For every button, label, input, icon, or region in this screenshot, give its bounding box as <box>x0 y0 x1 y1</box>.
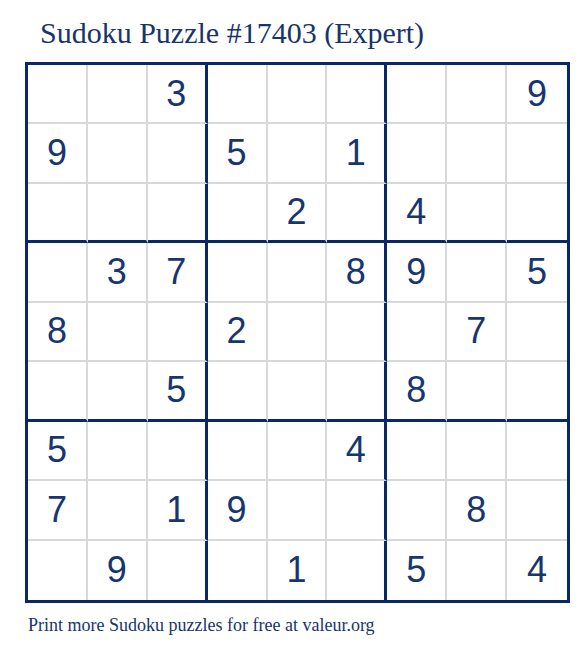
cell-r6c2[interactable] <box>88 362 148 421</box>
cell-r3c4[interactable] <box>208 184 268 243</box>
cell-r6c3[interactable]: 5 <box>148 362 208 421</box>
cell-r1c2[interactable] <box>88 65 148 124</box>
cell-r8c4[interactable]: 9 <box>208 481 268 540</box>
cell-r5c7[interactable] <box>387 303 447 362</box>
cell-r4c6[interactable]: 8 <box>327 243 387 302</box>
cell-r5c3[interactable] <box>148 303 208 362</box>
cell-r2c2[interactable] <box>88 124 148 183</box>
cell-r4c3[interactable]: 7 <box>148 243 208 302</box>
cell-r2c5[interactable] <box>268 124 328 183</box>
cell-r7c6[interactable]: 4 <box>327 422 387 481</box>
footer-text: Print more Sudoku puzzles for free at va… <box>28 614 375 636</box>
cell-r2c6[interactable]: 1 <box>327 124 387 183</box>
cell-r7c5[interactable] <box>268 422 328 481</box>
cell-r5c8[interactable]: 7 <box>447 303 507 362</box>
cell-r7c9[interactable] <box>507 422 567 481</box>
page-title: Sudoku Puzzle #17403 (Expert) <box>40 16 424 50</box>
cell-r6c8[interactable] <box>447 362 507 421</box>
cell-r3c2[interactable] <box>88 184 148 243</box>
cell-r9c5[interactable]: 1 <box>268 541 328 600</box>
cell-r6c4[interactable] <box>208 362 268 421</box>
cell-r3c5[interactable]: 2 <box>268 184 328 243</box>
cell-r4c9[interactable]: 5 <box>507 243 567 302</box>
cell-r7c3[interactable] <box>148 422 208 481</box>
cell-r5c1[interactable]: 8 <box>28 303 88 362</box>
cell-r8c3[interactable]: 1 <box>148 481 208 540</box>
cell-r5c2[interactable] <box>88 303 148 362</box>
cell-r1c5[interactable] <box>268 65 328 124</box>
cell-r4c4[interactable] <box>208 243 268 302</box>
cell-r3c6[interactable] <box>327 184 387 243</box>
cell-r3c8[interactable] <box>447 184 507 243</box>
cell-r7c7[interactable] <box>387 422 447 481</box>
cell-r2c3[interactable] <box>148 124 208 183</box>
cell-r1c6[interactable] <box>327 65 387 124</box>
cell-r1c4[interactable] <box>208 65 268 124</box>
cell-r7c8[interactable] <box>447 422 507 481</box>
cell-r6c6[interactable] <box>327 362 387 421</box>
cell-r5c5[interactable] <box>268 303 328 362</box>
cell-r1c7[interactable] <box>387 65 447 124</box>
cell-r5c6[interactable] <box>327 303 387 362</box>
cell-r6c1[interactable] <box>28 362 88 421</box>
cell-r6c7[interactable]: 8 <box>387 362 447 421</box>
cell-r7c1[interactable]: 5 <box>28 422 88 481</box>
sudoku-board: 399512437895827585471989154 <box>25 62 570 603</box>
cell-r4c1[interactable] <box>28 243 88 302</box>
cell-r9c6[interactable] <box>327 541 387 600</box>
cell-r2c9[interactable] <box>507 124 567 183</box>
cell-r9c3[interactable] <box>148 541 208 600</box>
cell-r8c9[interactable] <box>507 481 567 540</box>
cell-r4c2[interactable]: 3 <box>88 243 148 302</box>
cell-r1c9[interactable]: 9 <box>507 65 567 124</box>
cell-r9c9[interactable]: 4 <box>507 541 567 600</box>
cell-r6c5[interactable] <box>268 362 328 421</box>
cell-r9c2[interactable]: 9 <box>88 541 148 600</box>
cell-r9c1[interactable] <box>28 541 88 600</box>
cell-r8c6[interactable] <box>327 481 387 540</box>
cell-r3c7[interactable]: 4 <box>387 184 447 243</box>
cell-r9c4[interactable] <box>208 541 268 600</box>
cell-r7c2[interactable] <box>88 422 148 481</box>
cell-r8c7[interactable] <box>387 481 447 540</box>
cell-r1c3[interactable]: 3 <box>148 65 208 124</box>
cell-r3c1[interactable] <box>28 184 88 243</box>
cell-r1c8[interactable] <box>447 65 507 124</box>
cell-r8c8[interactable]: 8 <box>447 481 507 540</box>
cell-r7c4[interactable] <box>208 422 268 481</box>
cell-r4c7[interactable]: 9 <box>387 243 447 302</box>
cell-r8c5[interactable] <box>268 481 328 540</box>
cell-r3c3[interactable] <box>148 184 208 243</box>
cell-r2c4[interactable]: 5 <box>208 124 268 183</box>
cell-r3c9[interactable] <box>507 184 567 243</box>
cell-r4c5[interactable] <box>268 243 328 302</box>
cell-r2c7[interactable] <box>387 124 447 183</box>
cell-r1c1[interactable] <box>28 65 88 124</box>
cell-r5c4[interactable]: 2 <box>208 303 268 362</box>
cell-r8c2[interactable] <box>88 481 148 540</box>
cell-r2c1[interactable]: 9 <box>28 124 88 183</box>
cell-r5c9[interactable] <box>507 303 567 362</box>
cell-r4c8[interactable] <box>447 243 507 302</box>
cell-r9c7[interactable]: 5 <box>387 541 447 600</box>
cell-r2c8[interactable] <box>447 124 507 183</box>
cell-r9c8[interactable] <box>447 541 507 600</box>
cell-r6c9[interactable] <box>507 362 567 421</box>
cell-r8c1[interactable]: 7 <box>28 481 88 540</box>
